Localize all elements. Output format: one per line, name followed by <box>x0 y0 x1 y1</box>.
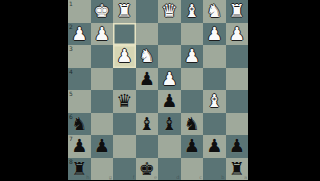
white-pawn[interactable]: ♟ <box>94 23 110 46</box>
file-label-g: g <box>109 174 112 180</box>
white-bishop[interactable]: ♝ <box>184 0 200 23</box>
file-label-e: e <box>154 174 157 180</box>
file-label-a: a <box>244 174 247 180</box>
black-rook[interactable]: ♜ <box>229 158 245 181</box>
square-a4[interactable] <box>226 68 249 91</box>
black-pawn[interactable]: ♟ <box>139 68 155 91</box>
square-e8[interactable]: e♚ <box>136 158 159 181</box>
square-d6[interactable]: ♝ <box>158 113 181 136</box>
black-knight[interactable]: ♞ <box>71 113 87 136</box>
square-h8[interactable]: 8h♜ <box>68 158 91 181</box>
square-b1[interactable]: ♞ <box>203 0 226 23</box>
square-h3[interactable]: 3 <box>68 45 91 68</box>
square-e6[interactable]: ♝ <box>136 113 159 136</box>
black-bishop[interactable]: ♝ <box>139 113 155 136</box>
square-d4[interactable]: ♟ <box>158 68 181 91</box>
square-a1[interactable]: ♜ <box>226 0 249 23</box>
rank-label-8: 8 <box>69 158 73 165</box>
black-pawn[interactable]: ♟ <box>94 135 110 158</box>
rank-label-3: 3 <box>69 45 73 52</box>
black-king[interactable]: ♚ <box>139 158 155 181</box>
square-b5[interactable]: ♝ <box>203 90 226 113</box>
white-knight[interactable]: ♞ <box>139 45 155 68</box>
square-d3[interactable] <box>158 45 181 68</box>
rank-label-5: 5 <box>69 90 73 97</box>
square-b4[interactable] <box>203 68 226 91</box>
square-h7[interactable]: 7♟ <box>68 135 91 158</box>
rank-label-6: 6 <box>69 113 73 120</box>
square-b6[interactable] <box>203 113 226 136</box>
square-f6[interactable] <box>113 113 136 136</box>
rank-label-1: 1 <box>69 0 73 7</box>
square-h2[interactable]: 2♟ <box>68 23 91 46</box>
app-window: 1♚♜♛♝♞♜2♟♟♟♟3♟♞♟4♟♟5♛♟♝6♞♝♝♞7♟♟♟♟♟8h♜gfe… <box>0 0 320 180</box>
square-c2[interactable] <box>181 23 204 46</box>
square-c5[interactable] <box>181 90 204 113</box>
rank-label-7: 7 <box>69 135 73 142</box>
square-g1[interactable]: ♚ <box>91 0 114 23</box>
square-a3[interactable] <box>226 45 249 68</box>
square-a6[interactable] <box>226 113 249 136</box>
square-g7[interactable]: ♟ <box>91 135 114 158</box>
square-c3[interactable]: ♟ <box>181 45 204 68</box>
square-e1[interactable] <box>136 0 159 23</box>
white-pawn[interactable]: ♟ <box>206 23 222 46</box>
file-label-d: d <box>176 174 179 180</box>
file-label-c: c <box>199 174 202 180</box>
black-pawn[interactable]: ♟ <box>206 135 222 158</box>
square-b3[interactable] <box>203 45 226 68</box>
square-a2[interactable]: ♟ <box>226 23 249 46</box>
white-bishop[interactable]: ♝ <box>206 90 222 113</box>
square-h5[interactable]: 5 <box>68 90 91 113</box>
square-b7[interactable]: ♟ <box>203 135 226 158</box>
square-f4[interactable] <box>113 68 136 91</box>
rank-label-4: 4 <box>69 68 73 75</box>
square-f2[interactable] <box>113 23 136 46</box>
square-d2[interactable] <box>158 23 181 46</box>
square-f5[interactable]: ♛ <box>113 90 136 113</box>
black-knight[interactable]: ♞ <box>184 113 200 136</box>
square-d7[interactable] <box>158 135 181 158</box>
square-f7[interactable] <box>113 135 136 158</box>
square-g5[interactable] <box>91 90 114 113</box>
square-e3[interactable]: ♞ <box>136 45 159 68</box>
square-g3[interactable] <box>91 45 114 68</box>
square-c1[interactable]: ♝ <box>181 0 204 23</box>
square-d8[interactable]: d <box>158 158 181 181</box>
white-knight[interactable]: ♞ <box>206 0 222 23</box>
file-label-f: f <box>133 174 135 180</box>
white-pawn[interactable]: ♟ <box>71 23 87 46</box>
square-g4[interactable] <box>91 68 114 91</box>
square-h4[interactable]: 4 <box>68 68 91 91</box>
white-pawn[interactable]: ♟ <box>229 23 245 46</box>
square-c8[interactable]: c <box>181 158 204 181</box>
square-e7[interactable] <box>136 135 159 158</box>
square-f1[interactable]: ♜ <box>113 0 136 23</box>
black-rook[interactable]: ♜ <box>71 158 87 181</box>
white-rook[interactable]: ♜ <box>229 0 245 23</box>
white-king[interactable]: ♚ <box>94 0 110 23</box>
square-a8[interactable]: a♜ <box>226 158 249 181</box>
chess-board: 1♚♜♛♝♞♜2♟♟♟♟3♟♞♟4♟♟5♛♟♝6♞♝♝♞7♟♟♟♟♟8h♜gfe… <box>68 0 248 180</box>
square-g6[interactable] <box>91 113 114 136</box>
square-a7[interactable]: ♟ <box>226 135 249 158</box>
square-d1[interactable]: ♛ <box>158 0 181 23</box>
square-g2[interactable]: ♟ <box>91 23 114 46</box>
black-queen[interactable]: ♛ <box>116 90 132 113</box>
square-e4[interactable]: ♟ <box>136 68 159 91</box>
black-pawn[interactable]: ♟ <box>229 135 245 158</box>
white-pawn[interactable]: ♟ <box>161 68 177 91</box>
white-rook[interactable]: ♜ <box>116 0 132 23</box>
square-f3[interactable]: ♟ <box>113 45 136 68</box>
black-pawn[interactable]: ♟ <box>161 90 177 113</box>
square-b8[interactable]: b <box>203 158 226 181</box>
square-h1[interactable]: 1 <box>68 0 91 23</box>
square-g8[interactable]: g <box>91 158 114 181</box>
file-label-h: h <box>86 174 89 180</box>
square-c7[interactable]: ♟ <box>181 135 204 158</box>
white-queen[interactable]: ♛ <box>161 0 177 23</box>
square-c4[interactable] <box>181 68 204 91</box>
square-a5[interactable] <box>226 90 249 113</box>
rank-label-2: 2 <box>69 23 73 30</box>
file-label-b: b <box>221 174 224 180</box>
black-bishop[interactable]: ♝ <box>161 113 177 136</box>
square-d5[interactable]: ♟ <box>158 90 181 113</box>
black-pawn[interactable]: ♟ <box>71 135 87 158</box>
square-f8[interactable]: f <box>113 158 136 181</box>
square-e2[interactable] <box>136 23 159 46</box>
white-pawn[interactable]: ♟ <box>116 45 132 68</box>
white-pawn[interactable]: ♟ <box>184 45 200 68</box>
square-h6[interactable]: 6♞ <box>68 113 91 136</box>
square-e5[interactable] <box>136 90 159 113</box>
black-pawn[interactable]: ♟ <box>184 135 200 158</box>
square-c6[interactable]: ♞ <box>181 113 204 136</box>
square-b2[interactable]: ♟ <box>203 23 226 46</box>
